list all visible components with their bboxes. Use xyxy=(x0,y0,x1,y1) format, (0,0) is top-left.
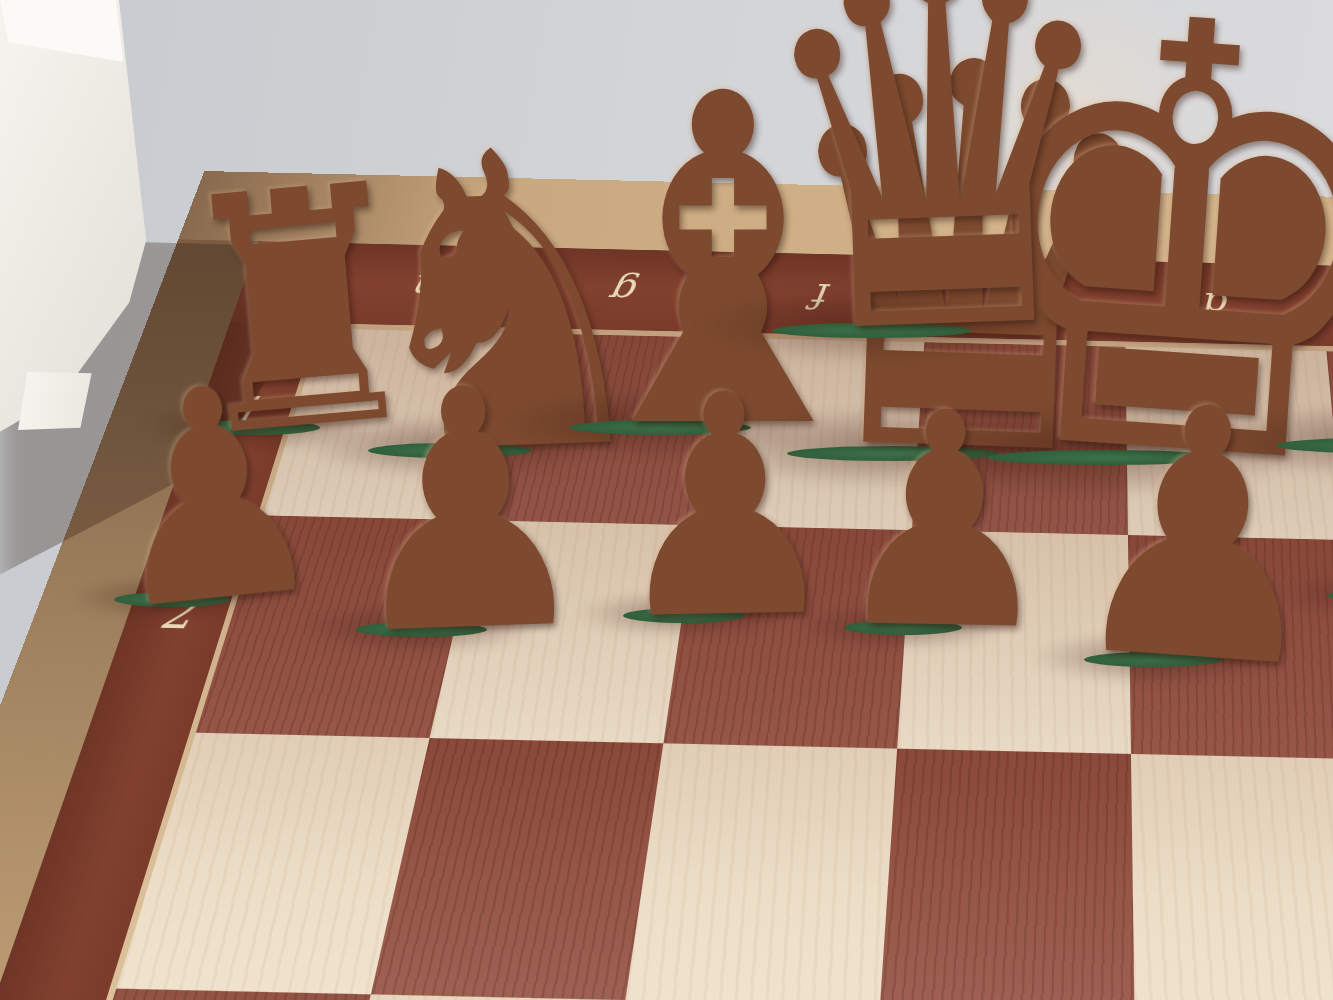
spare-queen-on-band[interactable]: ♛ xyxy=(742,0,1140,406)
square-e3[interactable] xyxy=(880,749,1135,1000)
square-f3[interactable] xyxy=(625,743,897,1000)
photo-stage: hgfedcba12 ♜♞♝♛♚♝♟♟♟♟♟♟♛ xyxy=(0,0,1333,1000)
white-pawn-h2[interactable]: ♟ xyxy=(87,341,337,653)
square-d3[interactable] xyxy=(1131,754,1333,1000)
white-pawn-g2[interactable]: ♟ xyxy=(335,343,598,682)
